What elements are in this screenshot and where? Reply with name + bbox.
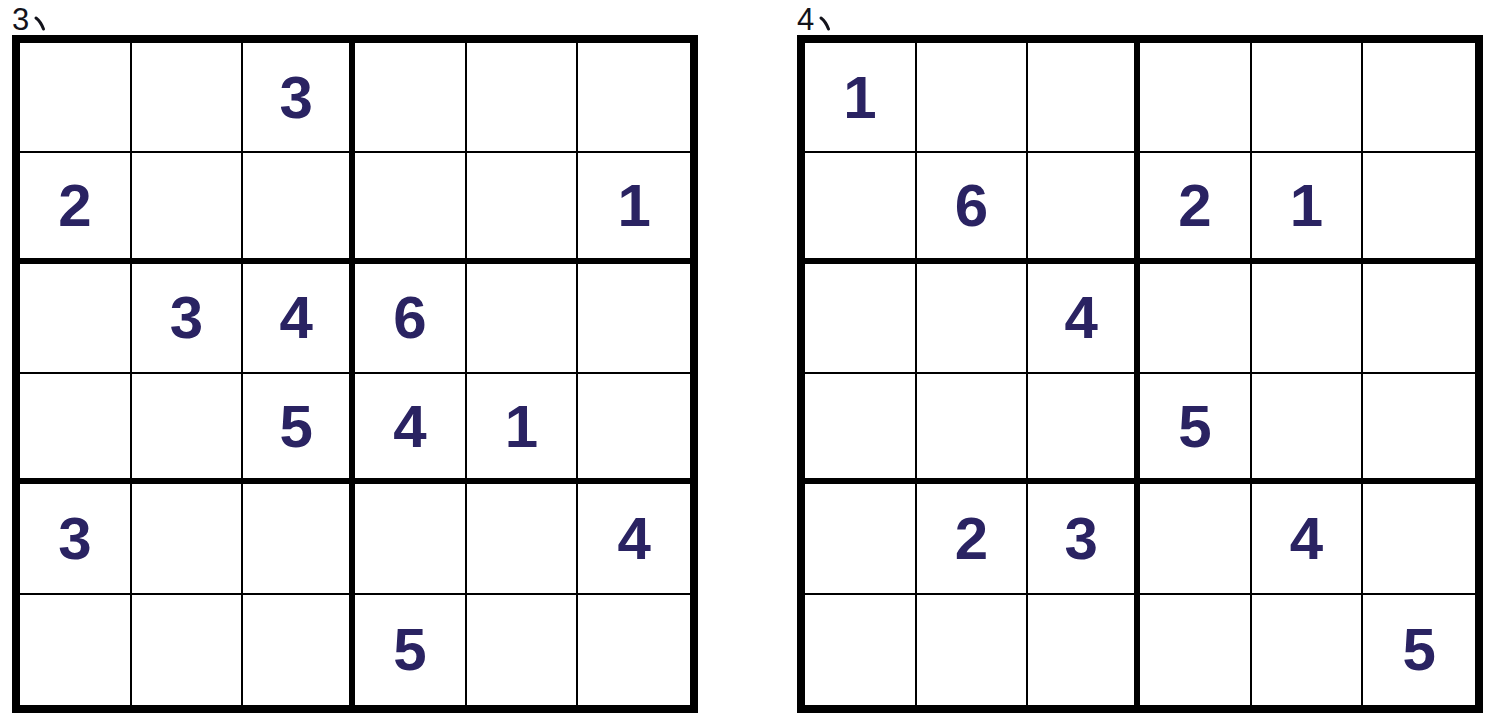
cell-r5c1 xyxy=(805,484,917,594)
cell-r1c2 xyxy=(132,43,244,153)
cell-r6c3 xyxy=(1028,595,1140,705)
puzzle-3-number: 3 xyxy=(12,5,30,35)
cell-r6c1 xyxy=(20,595,132,705)
cell-r2c5: 1 xyxy=(1252,153,1364,263)
cell-r5c5: 4 xyxy=(1252,484,1364,594)
cell-r1c2 xyxy=(917,43,1029,153)
cell-r3c5 xyxy=(467,264,579,374)
ideographic-comma-icon xyxy=(818,15,832,35)
cell-r2c6 xyxy=(1363,153,1475,263)
cell-r6c4: 5 xyxy=(355,595,467,705)
cell-r4c4: 4 xyxy=(355,374,467,484)
cell-r4c2 xyxy=(917,374,1029,484)
cell-r3c2 xyxy=(917,264,1029,374)
cell-r3c6 xyxy=(578,264,690,374)
cell-r2c3 xyxy=(1028,153,1140,263)
cell-r1c4 xyxy=(1140,43,1252,153)
cell-r5c3 xyxy=(243,484,355,594)
cell-r4c4: 5 xyxy=(1140,374,1252,484)
cell-r5c1: 3 xyxy=(20,484,132,594)
cell-r1c1 xyxy=(20,43,132,153)
cell-r2c4 xyxy=(355,153,467,263)
puzzle-3-label: 3 xyxy=(12,3,698,35)
cell-r1c3: 3 xyxy=(243,43,355,153)
cell-r2c5 xyxy=(467,153,579,263)
cell-r1c5 xyxy=(1252,43,1364,153)
cell-r1c5 xyxy=(467,43,579,153)
cell-r1c3 xyxy=(1028,43,1140,153)
cell-r6c2 xyxy=(132,595,244,705)
sudoku-board-4: 1621452345 xyxy=(797,35,1483,713)
puzzle-4: 4 1621452345 xyxy=(797,3,1483,713)
cell-r1c4 xyxy=(355,43,467,153)
cell-r2c4: 2 xyxy=(1140,153,1252,263)
cell-r2c3 xyxy=(243,153,355,263)
ideographic-comma-icon xyxy=(33,15,47,35)
cell-r5c5 xyxy=(467,484,579,594)
worksheet: 3 321346541345 4 1621452345 xyxy=(0,0,1498,713)
cell-r6c6 xyxy=(578,595,690,705)
cell-r3c3: 4 xyxy=(243,264,355,374)
cell-r6c3 xyxy=(243,595,355,705)
cell-r1c6 xyxy=(1363,43,1475,153)
cell-r2c6: 1 xyxy=(578,153,690,263)
cell-r4c1 xyxy=(805,374,917,484)
cell-r2c1: 2 xyxy=(20,153,132,263)
cell-r3c5 xyxy=(1252,264,1364,374)
cell-r2c1 xyxy=(805,153,917,263)
cell-r4c2 xyxy=(132,374,244,484)
cell-r2c2: 6 xyxy=(917,153,1029,263)
cell-r6c2 xyxy=(917,595,1029,705)
cell-r3c3: 4 xyxy=(1028,264,1140,374)
puzzle-4-number: 4 xyxy=(797,5,815,35)
cell-r5c6: 4 xyxy=(578,484,690,594)
cell-r5c2: 2 xyxy=(917,484,1029,594)
cell-r4c5 xyxy=(1252,374,1364,484)
cell-r2c2 xyxy=(132,153,244,263)
cell-r6c5 xyxy=(1252,595,1364,705)
cell-r4c3 xyxy=(1028,374,1140,484)
cell-r6c1 xyxy=(805,595,917,705)
cell-r6c6: 5 xyxy=(1363,595,1475,705)
cell-r4c6 xyxy=(1363,374,1475,484)
cell-r3c2: 3 xyxy=(132,264,244,374)
cell-r5c2 xyxy=(132,484,244,594)
cell-r4c1 xyxy=(20,374,132,484)
cell-r4c3: 5 xyxy=(243,374,355,484)
cell-r3c4 xyxy=(1140,264,1252,374)
cell-r1c6 xyxy=(578,43,690,153)
cell-r3c1 xyxy=(20,264,132,374)
cell-r1c1: 1 xyxy=(805,43,917,153)
cell-r5c6 xyxy=(1363,484,1475,594)
sudoku-board-3: 321346541345 xyxy=(12,35,698,713)
cell-r6c4 xyxy=(1140,595,1252,705)
puzzle-3: 3 321346541345 xyxy=(12,3,698,713)
cell-r3c1 xyxy=(805,264,917,374)
cell-r5c4 xyxy=(355,484,467,594)
cell-r4c6 xyxy=(578,374,690,484)
cell-r5c3: 3 xyxy=(1028,484,1140,594)
cell-r3c6 xyxy=(1363,264,1475,374)
puzzle-4-label: 4 xyxy=(797,3,1483,35)
cell-r5c4 xyxy=(1140,484,1252,594)
cell-r3c4: 6 xyxy=(355,264,467,374)
cell-r6c5 xyxy=(467,595,579,705)
cell-r4c5: 1 xyxy=(467,374,579,484)
